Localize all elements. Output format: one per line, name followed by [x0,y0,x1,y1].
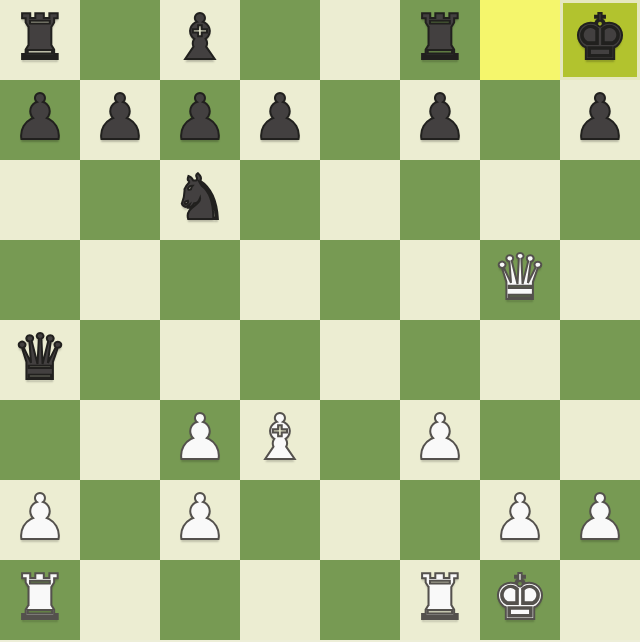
square-b4[interactable] [80,320,160,400]
square-a2[interactable]: ♟ [0,480,80,560]
square-a5[interactable] [0,240,80,320]
white-rook-icon[interactable]: ♜ [12,558,68,638]
square-a3[interactable] [0,400,80,480]
white-pawn-icon[interactable]: ♟ [172,398,228,478]
square-c8[interactable]: ♝ [160,0,240,80]
square-f7[interactable]: ♟ [400,80,480,160]
square-e8[interactable] [320,0,400,80]
white-pawn-icon[interactable]: ♟ [492,478,548,558]
white-king-icon[interactable]: ♚ [492,558,548,638]
square-g7[interactable] [480,80,560,160]
square-c3[interactable]: ♟ [160,400,240,480]
board-area: ♜♝♜♚♟♟♟♟♟♟♞♛♛♟♝♟♟♟♟♟♜♜♚ [0,0,640,642]
square-f4[interactable] [400,320,480,400]
black-pawn-icon[interactable]: ♟ [252,78,308,158]
square-e6[interactable] [320,160,400,240]
square-b1[interactable] [80,560,160,640]
black-rook-icon[interactable]: ♜ [412,0,468,78]
square-b2[interactable] [80,480,160,560]
square-d4[interactable] [240,320,320,400]
square-f2[interactable] [400,480,480,560]
square-g2[interactable]: ♟ [480,480,560,560]
square-g8[interactable] [480,0,560,80]
square-d3[interactable]: ♝ [240,400,320,480]
square-g1[interactable]: ♚ [480,560,560,640]
square-h8[interactable]: ♚ [560,0,640,80]
square-g5[interactable]: ♛ [480,240,560,320]
square-c6[interactable]: ♞ [160,160,240,240]
black-queen-icon[interactable]: ♛ [12,318,68,398]
square-h6[interactable] [560,160,640,240]
square-d7[interactable]: ♟ [240,80,320,160]
square-g3[interactable] [480,400,560,480]
square-c1[interactable] [160,560,240,640]
square-h1[interactable] [560,560,640,640]
square-a7[interactable]: ♟ [0,80,80,160]
square-h5[interactable] [560,240,640,320]
white-pawn-icon[interactable]: ♟ [412,398,468,478]
square-g6[interactable] [480,160,560,240]
square-a4[interactable]: ♛ [0,320,80,400]
square-h7[interactable]: ♟ [560,80,640,160]
black-pawn-icon[interactable]: ♟ [92,78,148,158]
square-d2[interactable] [240,480,320,560]
square-h3[interactable] [560,400,640,480]
square-h4[interactable] [560,320,640,400]
black-pawn-icon[interactable]: ♟ [412,78,468,158]
black-king-icon[interactable]: ♚ [572,0,628,78]
square-a6[interactable] [0,160,80,240]
black-knight-icon[interactable]: ♞ [172,158,228,238]
square-b5[interactable] [80,240,160,320]
black-pawn-icon[interactable]: ♟ [172,78,228,158]
white-pawn-icon[interactable]: ♟ [572,478,628,558]
square-g4[interactable] [480,320,560,400]
square-d5[interactable] [240,240,320,320]
square-b8[interactable] [80,0,160,80]
square-b7[interactable]: ♟ [80,80,160,160]
square-c7[interactable]: ♟ [160,80,240,160]
square-f8[interactable]: ♜ [400,0,480,80]
black-pawn-icon[interactable]: ♟ [572,78,628,158]
white-pawn-icon[interactable]: ♟ [172,478,228,558]
square-e2[interactable] [320,480,400,560]
black-rook-icon[interactable]: ♜ [12,0,68,78]
square-b3[interactable] [80,400,160,480]
square-d8[interactable] [240,0,320,80]
square-c4[interactable] [160,320,240,400]
square-c2[interactable]: ♟ [160,480,240,560]
square-d1[interactable] [240,560,320,640]
square-h2[interactable]: ♟ [560,480,640,560]
square-e4[interactable] [320,320,400,400]
square-a1[interactable]: ♜ [0,560,80,640]
square-b6[interactable] [80,160,160,240]
white-bishop-icon[interactable]: ♝ [252,398,308,478]
square-f5[interactable] [400,240,480,320]
black-pawn-icon[interactable]: ♟ [12,78,68,158]
white-queen-icon[interactable]: ♛ [492,238,548,318]
square-e3[interactable] [320,400,400,480]
square-e7[interactable] [320,80,400,160]
white-rook-icon[interactable]: ♜ [412,558,468,638]
black-bishop-icon[interactable]: ♝ [172,0,228,78]
square-e5[interactable] [320,240,400,320]
chess-board: ♜♝♜♚♟♟♟♟♟♟♞♛♛♟♝♟♟♟♟♟♜♜♚ [0,0,640,640]
square-d6[interactable] [240,160,320,240]
square-c5[interactable] [160,240,240,320]
square-a8[interactable]: ♜ [0,0,80,80]
square-f6[interactable] [400,160,480,240]
square-e1[interactable] [320,560,400,640]
white-pawn-icon[interactable]: ♟ [12,478,68,558]
square-f3[interactable]: ♟ [400,400,480,480]
square-f1[interactable]: ♜ [400,560,480,640]
